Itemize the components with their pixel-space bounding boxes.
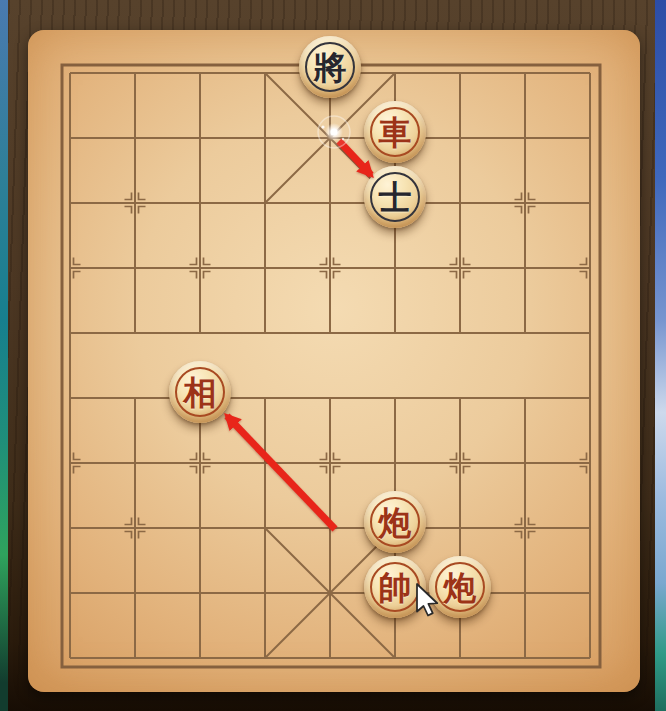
piece-ring: 將 bbox=[305, 42, 355, 92]
piece-ring: 帥 bbox=[370, 562, 420, 612]
piece-ring: 相 bbox=[175, 367, 225, 417]
piece-glyph-red-general: 帥 bbox=[379, 571, 412, 604]
piece-black-general[interactable]: 將 bbox=[299, 36, 361, 98]
piece-ring: 炮 bbox=[370, 497, 420, 547]
piece-glyph-red-cannon-2: 炮 bbox=[444, 571, 477, 604]
piece-ring: 士 bbox=[370, 172, 420, 222]
piece-black-advisor[interactable]: 士 bbox=[364, 166, 426, 228]
pieces-layer: 將車士相炮帥炮 bbox=[0, 0, 666, 711]
piece-red-cannon-2[interactable]: 炮 bbox=[429, 556, 491, 618]
piece-red-elephant[interactable]: 相 bbox=[169, 361, 231, 423]
piece-red-chariot[interactable]: 車 bbox=[364, 101, 426, 163]
piece-glyph-black-general: 將 bbox=[314, 51, 347, 84]
piece-red-cannon-1[interactable]: 炮 bbox=[364, 491, 426, 553]
piece-glyph-black-advisor: 士 bbox=[379, 181, 412, 214]
piece-ring: 車 bbox=[370, 107, 420, 157]
piece-ring: 炮 bbox=[435, 562, 485, 612]
piece-red-general[interactable]: 帥 bbox=[364, 556, 426, 618]
xiangqi-game-screen: 將車士相炮帥炮 bbox=[0, 0, 666, 711]
piece-glyph-red-cannon-1: 炮 bbox=[379, 506, 412, 539]
piece-glyph-red-elephant: 相 bbox=[184, 376, 217, 409]
piece-glyph-red-chariot: 車 bbox=[379, 116, 412, 149]
